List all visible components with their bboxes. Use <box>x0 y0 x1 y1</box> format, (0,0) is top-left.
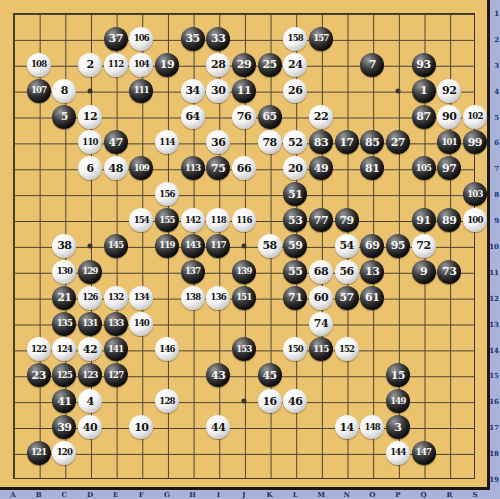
move-number: 55 <box>288 266 302 277</box>
move-number: 152 <box>339 345 354 354</box>
stone-white-16: 16 <box>258 389 282 413</box>
row-coordinate-strip: 12345678910111213141516171819 <box>490 0 500 499</box>
move-number: 12 <box>83 111 97 122</box>
move-number: 13 <box>365 266 379 277</box>
stone-black-55: 55 <box>283 260 307 284</box>
move-number: 30 <box>211 85 225 96</box>
stone-black-65: 65 <box>258 105 282 129</box>
stone-black-33: 33 <box>206 27 230 51</box>
stone-black-95: 95 <box>386 234 410 258</box>
stone-white-156: 156 <box>155 182 179 206</box>
move-number: 40 <box>83 422 97 433</box>
move-number: 75 <box>211 163 225 174</box>
move-number: 144 <box>390 448 405 457</box>
stone-white-100: 100 <box>463 208 487 232</box>
stone-black-129: 129 <box>78 260 102 284</box>
move-number: 132 <box>108 293 123 302</box>
stone-black-125: 125 <box>52 363 76 387</box>
move-number: 139 <box>236 267 251 276</box>
move-number: 10 <box>134 422 148 433</box>
column-label-D: D <box>87 491 93 498</box>
stone-white-14: 14 <box>335 415 359 439</box>
stone-white-158: 158 <box>283 27 307 51</box>
stone-black-81: 81 <box>360 156 384 180</box>
move-number: 107 <box>31 86 46 95</box>
move-number: 89 <box>442 215 456 226</box>
row-label-9: 9 <box>494 217 499 224</box>
stone-black-57: 57 <box>335 286 359 310</box>
stone-white-52: 52 <box>283 130 307 154</box>
move-number: 104 <box>134 60 149 69</box>
move-number: 158 <box>288 34 303 43</box>
stone-white-150: 150 <box>283 337 307 361</box>
stone-white-44: 44 <box>206 415 230 439</box>
stone-white-68: 68 <box>309 260 333 284</box>
row-label-2: 2 <box>494 35 499 42</box>
move-number: 36 <box>211 137 225 148</box>
stone-white-38: 38 <box>52 234 76 258</box>
stone-white-6: 6 <box>78 156 102 180</box>
move-number: 109 <box>134 164 149 173</box>
move-number: 148 <box>365 423 380 432</box>
move-number: 68 <box>314 266 328 277</box>
stone-white-40: 40 <box>78 415 102 439</box>
stone-white-138: 138 <box>181 286 205 310</box>
stone-white-134: 134 <box>129 286 153 310</box>
row-label-11: 11 <box>489 268 499 275</box>
stone-white-116: 116 <box>232 208 256 232</box>
stone-black-47: 47 <box>104 130 128 154</box>
move-number: 101 <box>442 138 457 147</box>
stone-white-60: 60 <box>309 286 333 310</box>
stone-black-7: 7 <box>360 53 384 77</box>
move-number: 76 <box>237 111 251 122</box>
stone-white-4: 4 <box>78 389 102 413</box>
stone-black-41: 41 <box>52 389 76 413</box>
move-number: 133 <box>108 319 123 328</box>
column-label-S: S <box>472 491 477 498</box>
column-label-N: N <box>343 491 349 498</box>
column-label-L: L <box>293 491 298 498</box>
stone-white-108: 108 <box>27 53 51 77</box>
move-number: 156 <box>159 190 174 199</box>
move-number: 38 <box>57 240 71 251</box>
stone-black-49: 49 <box>309 156 333 180</box>
stone-white-76: 76 <box>232 105 256 129</box>
stone-black-25: 25 <box>258 53 282 77</box>
stone-white-124: 124 <box>52 337 76 361</box>
move-number: 121 <box>31 448 46 457</box>
stone-white-120: 120 <box>52 441 76 465</box>
stone-white-64: 64 <box>181 105 205 129</box>
move-number: 81 <box>365 163 379 174</box>
stone-black-97: 97 <box>437 156 461 180</box>
stone-white-56: 56 <box>335 260 359 284</box>
stone-black-77: 77 <box>309 208 333 232</box>
stone-white-36: 36 <box>206 130 230 154</box>
row-label-8: 8 <box>494 191 499 198</box>
move-number: 118 <box>211 216 226 225</box>
move-number: 90 <box>442 111 456 122</box>
row-label-19: 19 <box>489 476 499 483</box>
stone-white-28: 28 <box>206 53 230 77</box>
move-number: 93 <box>416 59 430 70</box>
move-number: 150 <box>288 345 303 354</box>
stone-black-109: 109 <box>129 156 153 180</box>
move-number: 60 <box>314 292 328 303</box>
move-number: 77 <box>314 215 328 226</box>
stone-white-106: 106 <box>129 27 153 51</box>
stone-black-83: 83 <box>309 130 333 154</box>
stone-black-147: 147 <box>412 441 436 465</box>
row-label-13: 13 <box>489 320 499 327</box>
move-number: 14 <box>339 422 353 433</box>
stone-white-118: 118 <box>206 208 230 232</box>
move-number: 119 <box>159 241 174 250</box>
row-label-5: 5 <box>494 113 499 120</box>
stone-black-143: 143 <box>181 234 205 258</box>
stone-white-132: 132 <box>104 286 128 310</box>
move-number: 71 <box>288 292 302 303</box>
stone-black-113: 113 <box>181 156 205 180</box>
move-number: 95 <box>391 240 405 251</box>
stone-black-1: 1 <box>412 79 436 103</box>
move-number: 58 <box>262 240 276 251</box>
stone-white-110: 110 <box>78 130 102 154</box>
stone-white-114: 114 <box>155 130 179 154</box>
stone-black-43: 43 <box>206 363 230 387</box>
move-number: 42 <box>83 344 97 355</box>
move-number: 105 <box>416 164 431 173</box>
stone-black-105: 105 <box>412 156 436 180</box>
move-number: 7 <box>369 59 376 70</box>
move-number: 99 <box>468 137 482 148</box>
move-number: 43 <box>211 370 225 381</box>
stone-black-135: 135 <box>52 312 76 336</box>
move-number: 153 <box>236 345 251 354</box>
column-label-E: E <box>113 491 118 498</box>
row-label-12: 12 <box>489 294 499 301</box>
stone-black-153: 153 <box>232 337 256 361</box>
stone-black-23: 23 <box>27 363 51 387</box>
stone-white-102: 102 <box>463 105 487 129</box>
stone-black-101: 101 <box>437 130 461 154</box>
move-number: 87 <box>416 111 430 122</box>
move-number: 112 <box>108 60 123 69</box>
row-label-4: 4 <box>494 87 499 94</box>
stone-black-115: 115 <box>309 337 333 361</box>
move-number: 22 <box>314 111 328 122</box>
stone-black-9: 9 <box>412 260 436 284</box>
move-number: 51 <box>288 189 302 200</box>
stone-black-37: 37 <box>104 27 128 51</box>
stone-white-112: 112 <box>104 53 128 77</box>
move-number: 149 <box>390 397 405 406</box>
move-number: 57 <box>339 292 353 303</box>
row-label-18: 18 <box>489 450 499 457</box>
stone-white-154: 154 <box>129 208 153 232</box>
row-label-15: 15 <box>489 372 499 379</box>
move-number: 114 <box>159 138 174 147</box>
move-number: 120 <box>57 448 72 457</box>
move-number: 21 <box>57 292 71 303</box>
stone-black-111: 111 <box>129 79 153 103</box>
move-number: 47 <box>108 137 122 148</box>
stone-white-74: 74 <box>309 312 333 336</box>
stone-black-85: 85 <box>360 130 384 154</box>
move-number: 130 <box>57 267 72 276</box>
stone-black-21: 21 <box>52 286 76 310</box>
stone-black-87: 87 <box>412 105 436 129</box>
stone-white-12: 12 <box>78 105 102 129</box>
stone-black-35: 35 <box>181 27 205 51</box>
move-number: 108 <box>31 60 46 69</box>
stone-black-15: 15 <box>386 363 410 387</box>
column-label-M: M <box>317 491 325 498</box>
stone-white-54: 54 <box>335 234 359 258</box>
stone-black-99: 99 <box>463 130 487 154</box>
move-number: 151 <box>236 293 251 302</box>
move-number: 146 <box>159 345 174 354</box>
move-number: 116 <box>236 216 251 225</box>
move-number: 100 <box>467 216 482 225</box>
move-number: 37 <box>108 33 122 44</box>
move-number: 39 <box>57 422 71 433</box>
row-label-1: 1 <box>494 10 499 17</box>
column-label-R: R <box>446 491 452 498</box>
move-number: 145 <box>108 241 123 250</box>
move-number: 113 <box>185 164 200 173</box>
move-number: 73 <box>442 266 456 277</box>
stone-white-26: 26 <box>283 79 307 103</box>
stone-black-145: 145 <box>104 234 128 258</box>
column-label-B: B <box>36 491 42 498</box>
stone-white-128: 128 <box>155 389 179 413</box>
stone-black-133: 133 <box>104 312 128 336</box>
stone-white-152: 152 <box>335 337 359 361</box>
stone-layer: 1234567891011121314151617192021222324252… <box>0 0 487 492</box>
move-number: 44 <box>211 422 225 433</box>
stone-black-73: 73 <box>437 260 461 284</box>
move-number: 16 <box>262 396 276 407</box>
column-label-Q: Q <box>421 491 427 498</box>
row-label-7: 7 <box>494 165 499 172</box>
column-label-H: H <box>189 491 196 498</box>
stone-white-58: 58 <box>258 234 282 258</box>
move-number: 97 <box>442 163 456 174</box>
column-label-O: O <box>369 491 375 498</box>
stone-white-42: 42 <box>78 337 102 361</box>
stone-black-137: 137 <box>181 260 205 284</box>
stone-black-5: 5 <box>52 105 76 129</box>
move-number: 123 <box>82 371 97 380</box>
column-label-A: A <box>10 491 15 498</box>
stone-black-13: 13 <box>360 260 384 284</box>
move-number: 102 <box>467 112 482 121</box>
row-label-14: 14 <box>489 346 499 353</box>
stone-black-69: 69 <box>360 234 384 258</box>
move-number: 122 <box>31 345 46 354</box>
column-coordinate-strip: ABCDEFGHIJKLMNOPQRS <box>0 490 500 499</box>
stone-white-104: 104 <box>129 53 153 77</box>
move-number: 143 <box>185 241 200 250</box>
stone-black-3: 3 <box>386 415 410 439</box>
column-label-I: I <box>217 491 220 498</box>
stone-black-117: 117 <box>206 234 230 258</box>
move-number: 138 <box>185 293 200 302</box>
stone-black-151: 151 <box>232 286 256 310</box>
stone-black-127: 127 <box>104 363 128 387</box>
stone-black-123: 123 <box>78 363 102 387</box>
move-number: 15 <box>391 370 405 381</box>
move-number: 92 <box>442 85 456 96</box>
stone-black-29: 29 <box>232 53 256 77</box>
move-number: 128 <box>159 397 174 406</box>
move-number: 142 <box>185 216 200 225</box>
move-number: 85 <box>365 137 379 148</box>
move-number: 46 <box>288 396 302 407</box>
column-label-P: P <box>395 491 400 498</box>
stone-black-17: 17 <box>335 130 359 154</box>
move-number: 115 <box>313 345 328 354</box>
go-kifu-viewer: 1234567891011121314151617192021222324252… <box>0 0 500 499</box>
stone-black-141: 141 <box>104 337 128 361</box>
stone-white-10: 10 <box>129 415 153 439</box>
move-number: 3 <box>394 422 401 433</box>
stone-white-126: 126 <box>78 286 102 310</box>
move-number: 154 <box>134 216 149 225</box>
move-number: 56 <box>339 266 353 277</box>
move-number: 5 <box>61 111 68 122</box>
column-label-C: C <box>62 491 68 498</box>
move-number: 26 <box>288 85 302 96</box>
move-number: 1 <box>420 85 427 96</box>
move-number: 28 <box>211 59 225 70</box>
move-number: 2 <box>86 59 93 70</box>
move-number: 137 <box>185 267 200 276</box>
move-number: 147 <box>416 448 431 457</box>
stone-white-20: 20 <box>283 156 307 180</box>
stone-white-144: 144 <box>386 441 410 465</box>
row-label-17: 17 <box>489 424 499 431</box>
stone-white-2: 2 <box>78 53 102 77</box>
move-number: 41 <box>57 396 71 407</box>
move-number: 23 <box>32 370 46 381</box>
move-number: 24 <box>288 59 302 70</box>
stone-white-66: 66 <box>232 156 256 180</box>
move-number: 27 <box>391 137 405 148</box>
stone-white-30: 30 <box>206 79 230 103</box>
move-number: 6 <box>86 163 93 174</box>
stone-white-46: 46 <box>283 389 307 413</box>
stone-black-119: 119 <box>155 234 179 258</box>
move-number: 125 <box>57 371 72 380</box>
move-number: 61 <box>365 292 379 303</box>
move-number: 69 <box>365 240 379 251</box>
move-number: 59 <box>288 240 302 251</box>
stone-white-92: 92 <box>437 79 461 103</box>
stone-black-157: 157 <box>309 27 333 51</box>
move-number: 54 <box>339 240 353 251</box>
move-number: 127 <box>108 371 123 380</box>
stone-black-79: 79 <box>335 208 359 232</box>
stone-black-121: 121 <box>27 441 51 465</box>
move-number: 140 <box>134 319 149 328</box>
column-label-J: J <box>242 491 245 498</box>
stone-black-27: 27 <box>386 130 410 154</box>
stone-black-53: 53 <box>283 208 307 232</box>
move-number: 66 <box>237 163 251 174</box>
move-number: 124 <box>57 345 72 354</box>
stone-white-122: 122 <box>27 337 51 361</box>
move-number: 65 <box>262 111 276 122</box>
stone-white-130: 130 <box>52 260 76 284</box>
move-number: 17 <box>339 137 353 148</box>
move-number: 49 <box>314 163 328 174</box>
move-number: 4 <box>86 396 93 407</box>
row-label-3: 3 <box>494 61 499 68</box>
move-number: 19 <box>160 59 174 70</box>
stone-white-148: 148 <box>360 415 384 439</box>
stone-white-24: 24 <box>283 53 307 77</box>
stone-black-155: 155 <box>155 208 179 232</box>
move-number: 126 <box>82 293 97 302</box>
stone-black-89: 89 <box>437 208 461 232</box>
stone-black-93: 93 <box>412 53 436 77</box>
move-number: 117 <box>211 241 226 250</box>
move-number: 79 <box>339 215 353 226</box>
move-number: 134 <box>134 293 149 302</box>
stone-black-45: 45 <box>258 363 282 387</box>
move-number: 106 <box>134 34 149 43</box>
move-number: 91 <box>416 215 430 226</box>
row-label-16: 16 <box>489 398 499 405</box>
stone-black-19: 19 <box>155 53 179 77</box>
stone-black-75: 75 <box>206 156 230 180</box>
stone-white-72: 72 <box>412 234 436 258</box>
stone-white-22: 22 <box>309 105 333 129</box>
stone-black-139: 139 <box>232 260 256 284</box>
move-number: 9 <box>420 266 427 277</box>
move-number: 11 <box>237 85 251 96</box>
stone-white-140: 140 <box>129 312 153 336</box>
stone-black-149: 149 <box>386 389 410 413</box>
column-label-F: F <box>139 491 144 498</box>
move-number: 25 <box>262 59 276 70</box>
stone-black-107: 107 <box>27 79 51 103</box>
move-number: 135 <box>57 319 72 328</box>
move-number: 111 <box>134 86 149 95</box>
move-number: 20 <box>288 163 302 174</box>
stone-black-11: 11 <box>232 79 256 103</box>
move-number: 78 <box>262 137 276 148</box>
column-label-G: G <box>164 491 170 498</box>
stone-white-8: 8 <box>52 79 76 103</box>
stone-black-59: 59 <box>283 234 307 258</box>
move-number: 33 <box>211 33 225 44</box>
move-number: 74 <box>314 318 328 329</box>
stone-black-91: 91 <box>412 208 436 232</box>
move-number: 35 <box>185 33 199 44</box>
move-number: 34 <box>185 85 199 96</box>
move-number: 141 <box>108 345 123 354</box>
stone-white-136: 136 <box>206 286 230 310</box>
row-label-6: 6 <box>494 139 499 146</box>
stone-black-61: 61 <box>360 286 384 310</box>
move-number: 83 <box>314 137 328 148</box>
stone-black-51: 51 <box>283 182 307 206</box>
row-label-10: 10 <box>489 243 499 250</box>
